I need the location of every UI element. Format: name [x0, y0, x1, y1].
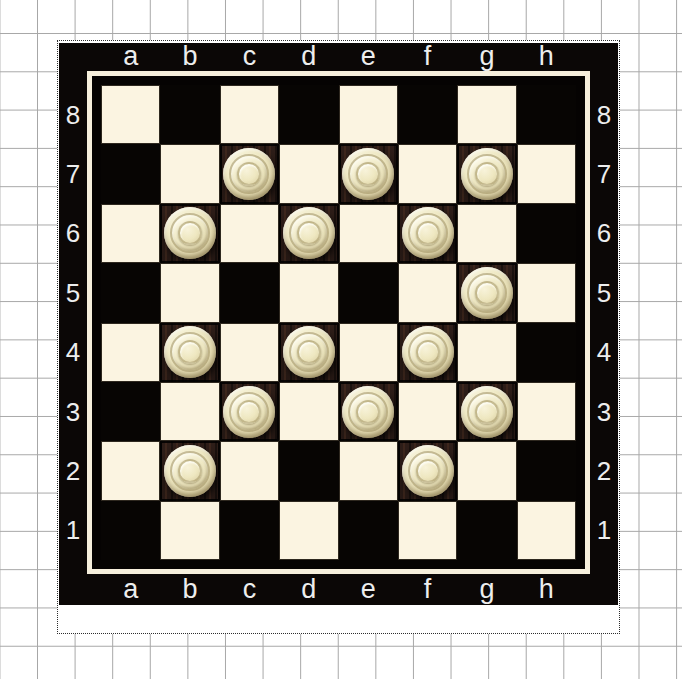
square-b8[interactable]	[160, 85, 219, 144]
white-checker-c3[interactable]	[223, 386, 275, 438]
square-d1[interactable]	[279, 501, 338, 560]
file-label-c: c	[220, 574, 279, 605]
square-a7[interactable]	[101, 144, 160, 203]
rank-label-3: 3	[590, 382, 618, 441]
square-g2[interactable]	[457, 441, 516, 500]
file-label-d: d	[279, 574, 338, 605]
square-c3[interactable]	[220, 382, 279, 441]
rank-label-4: 4	[590, 323, 618, 382]
square-f2[interactable]	[398, 441, 457, 500]
square-a5[interactable]	[101, 263, 160, 322]
square-g7[interactable]	[457, 144, 516, 203]
square-g8[interactable]	[457, 85, 516, 144]
file-label-b: b	[160, 574, 219, 605]
white-checker-f4[interactable]	[402, 326, 454, 378]
square-c2[interactable]	[220, 441, 279, 500]
rank-label-2: 2	[590, 441, 618, 500]
file-label-e: e	[339, 43, 398, 71]
file-label-c: c	[220, 43, 279, 71]
white-checker-g5[interactable]	[461, 267, 513, 319]
rank-label-3: 3	[59, 382, 87, 441]
board-selection-region: abcdefgh abcdefgh 87654321 87654321	[57, 40, 620, 634]
grid-paper-background: abcdefgh abcdefgh 87654321 87654321	[0, 0, 682, 679]
board-grid	[101, 85, 576, 560]
rank-label-8: 8	[590, 85, 618, 144]
rank-labels-right: 87654321	[590, 85, 618, 560]
white-checker-f2[interactable]	[402, 445, 454, 497]
square-g5[interactable]	[457, 263, 516, 322]
square-b4[interactable]	[160, 323, 219, 382]
white-checker-d4[interactable]	[283, 326, 335, 378]
white-checker-b4[interactable]	[164, 326, 216, 378]
square-h4[interactable]	[517, 323, 576, 382]
square-g3[interactable]	[457, 382, 516, 441]
white-checker-d6[interactable]	[283, 207, 335, 259]
square-d6[interactable]	[279, 204, 338, 263]
rank-label-1: 1	[59, 501, 87, 560]
square-c4[interactable]	[220, 323, 279, 382]
rank-label-8: 8	[59, 85, 87, 144]
square-e3[interactable]	[339, 382, 398, 441]
square-g4[interactable]	[457, 323, 516, 382]
rank-label-7: 7	[590, 144, 618, 203]
file-label-g: g	[457, 574, 516, 605]
square-e5[interactable]	[339, 263, 398, 322]
square-d2[interactable]	[279, 441, 338, 500]
square-a1[interactable]	[101, 501, 160, 560]
square-e7[interactable]	[339, 144, 398, 203]
square-a4[interactable]	[101, 323, 160, 382]
white-checker-g7[interactable]	[461, 148, 513, 200]
file-label-f: f	[398, 574, 457, 605]
file-label-h: h	[517, 43, 576, 71]
file-label-e: e	[339, 574, 398, 605]
square-h1[interactable]	[517, 501, 576, 560]
rank-label-5: 5	[590, 263, 618, 322]
square-f8[interactable]	[398, 85, 457, 144]
square-h7[interactable]	[517, 144, 576, 203]
checkers-board: abcdefgh abcdefgh 87654321 87654321	[59, 43, 618, 605]
white-checker-c7[interactable]	[223, 148, 275, 200]
square-d7[interactable]	[279, 144, 338, 203]
square-d3[interactable]	[279, 382, 338, 441]
rank-label-1: 1	[590, 501, 618, 560]
file-label-a: a	[101, 43, 160, 71]
square-g6[interactable]	[457, 204, 516, 263]
rank-label-6: 6	[590, 204, 618, 263]
rank-label-5: 5	[59, 263, 87, 322]
file-label-a: a	[101, 574, 160, 605]
square-f3[interactable]	[398, 382, 457, 441]
white-checker-e7[interactable]	[342, 148, 394, 200]
square-a2[interactable]	[101, 441, 160, 500]
square-b3[interactable]	[160, 382, 219, 441]
square-f4[interactable]	[398, 323, 457, 382]
file-label-b: b	[160, 43, 219, 71]
square-h3[interactable]	[517, 382, 576, 441]
square-h2[interactable]	[517, 441, 576, 500]
square-e8[interactable]	[339, 85, 398, 144]
square-c7[interactable]	[220, 144, 279, 203]
file-labels-top: abcdefgh	[101, 43, 576, 71]
square-b7[interactable]	[160, 144, 219, 203]
square-e6[interactable]	[339, 204, 398, 263]
rank-label-4: 4	[59, 323, 87, 382]
square-f5[interactable]	[398, 263, 457, 322]
square-b2[interactable]	[160, 441, 219, 500]
square-c1[interactable]	[220, 501, 279, 560]
board-inner-frame	[87, 71, 590, 574]
white-checker-f6[interactable]	[402, 207, 454, 259]
rank-label-2: 2	[59, 441, 87, 500]
rank-label-7: 7	[59, 144, 87, 203]
file-labels-bottom: abcdefgh	[101, 574, 576, 605]
square-d4[interactable]	[279, 323, 338, 382]
square-g1[interactable]	[457, 501, 516, 560]
file-label-d: d	[279, 43, 338, 71]
square-f6[interactable]	[398, 204, 457, 263]
square-b5[interactable]	[160, 263, 219, 322]
square-h6[interactable]	[517, 204, 576, 263]
square-h8[interactable]	[517, 85, 576, 144]
rank-label-6: 6	[59, 204, 87, 263]
file-label-h: h	[517, 574, 576, 605]
square-c5[interactable]	[220, 263, 279, 322]
file-label-f: f	[398, 43, 457, 71]
square-e4[interactable]	[339, 323, 398, 382]
white-checker-b2[interactable]	[164, 445, 216, 497]
square-h5[interactable]	[517, 263, 576, 322]
white-checker-g3[interactable]	[461, 386, 513, 438]
square-d8[interactable]	[279, 85, 338, 144]
square-a8[interactable]	[101, 85, 160, 144]
rank-labels-left: 87654321	[59, 85, 87, 560]
square-a6[interactable]	[101, 204, 160, 263]
white-checker-e3[interactable]	[342, 386, 394, 438]
square-b6[interactable]	[160, 204, 219, 263]
square-c6[interactable]	[220, 204, 279, 263]
square-f1[interactable]	[398, 501, 457, 560]
square-e1[interactable]	[339, 501, 398, 560]
square-e2[interactable]	[339, 441, 398, 500]
square-d5[interactable]	[279, 263, 338, 322]
square-b1[interactable]	[160, 501, 219, 560]
white-checker-b6[interactable]	[164, 207, 216, 259]
square-a3[interactable]	[101, 382, 160, 441]
square-c8[interactable]	[220, 85, 279, 144]
file-label-g: g	[457, 43, 516, 71]
square-f7[interactable]	[398, 144, 457, 203]
